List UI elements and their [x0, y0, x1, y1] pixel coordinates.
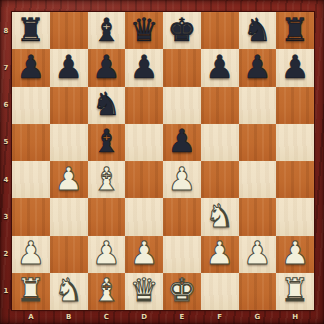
piece-white-knight-icon[interactable]: ♞	[54, 274, 83, 306]
piece-black-knight-icon[interactable]: ♞	[92, 88, 121, 120]
piece-white-pawn-icon[interactable]: ♟	[17, 237, 46, 269]
square-h5[interactable]	[276, 124, 314, 161]
rank-label-8: 8	[0, 12, 12, 49]
piece-white-rook-icon[interactable]: ♜	[281, 274, 310, 306]
square-f3[interactable]: ♞	[201, 198, 239, 235]
square-a1[interactable]: ♜	[12, 273, 50, 310]
file-label-b: B	[50, 310, 88, 324]
square-e8[interactable]: ♚	[163, 12, 201, 49]
square-a4[interactable]	[12, 161, 50, 198]
square-b4[interactable]: ♟	[50, 161, 88, 198]
square-d2[interactable]: ♟	[125, 236, 163, 273]
square-b2[interactable]	[50, 236, 88, 273]
square-e1[interactable]: ♚	[163, 273, 201, 310]
file-label-d: D	[125, 310, 163, 324]
piece-white-rook-icon[interactable]: ♜	[17, 274, 46, 306]
piece-white-pawn-icon[interactable]: ♟	[243, 237, 272, 269]
square-f6[interactable]	[201, 87, 239, 124]
rank-label-2: 2	[0, 236, 12, 273]
rank-label-7: 7	[0, 49, 12, 86]
square-a8[interactable]: ♜	[12, 12, 50, 49]
square-g7[interactable]: ♟	[239, 49, 277, 86]
square-e2[interactable]	[163, 236, 201, 273]
square-c5[interactable]: ♝	[88, 124, 126, 161]
square-c2[interactable]: ♟	[88, 236, 126, 273]
piece-white-king-icon[interactable]: ♚	[168, 274, 197, 306]
square-f7[interactable]: ♟	[201, 49, 239, 86]
piece-black-pawn-icon[interactable]: ♟	[168, 125, 197, 157]
piece-white-pawn-icon[interactable]: ♟	[92, 237, 121, 269]
piece-black-pawn-icon[interactable]: ♟	[130, 51, 159, 83]
piece-white-pawn-icon[interactable]: ♟	[205, 237, 234, 269]
file-label-e: E	[163, 310, 201, 324]
rank-labels: 87654321	[0, 12, 12, 310]
file-label-f: F	[201, 310, 239, 324]
piece-black-knight-icon[interactable]: ♞	[243, 14, 272, 46]
square-a6[interactable]	[12, 87, 50, 124]
rank-label-4: 4	[0, 161, 12, 198]
piece-white-pawn-icon[interactable]: ♟	[130, 237, 159, 269]
piece-black-queen-icon[interactable]: ♛	[130, 14, 159, 46]
square-g1[interactable]	[239, 273, 277, 310]
square-d8[interactable]: ♛	[125, 12, 163, 49]
square-b6[interactable]	[50, 87, 88, 124]
square-c4[interactable]: ♝	[88, 161, 126, 198]
square-c3[interactable]	[88, 198, 126, 235]
rank-label-3: 3	[0, 198, 12, 235]
square-g8[interactable]: ♞	[239, 12, 277, 49]
square-h7[interactable]: ♟	[276, 49, 314, 86]
square-g3[interactable]	[239, 198, 277, 235]
piece-white-pawn-icon[interactable]: ♟	[281, 237, 310, 269]
square-h2[interactable]: ♟	[276, 236, 314, 273]
piece-white-pawn-icon[interactable]: ♟	[168, 163, 197, 195]
piece-black-bishop-icon[interactable]: ♝	[92, 14, 121, 46]
square-e7[interactable]	[163, 49, 201, 86]
square-a3[interactable]	[12, 198, 50, 235]
chess-board: ♜♝♛♚♞♜♟♟♟♟♟♟♟♞♝♟♟♝♟♞♟♟♟♟♟♟♜♞♝♛♚♜	[12, 12, 314, 310]
chess-app: ♜♝♛♚♞♜♟♟♟♟♟♟♟♞♝♟♟♝♟♞♟♟♟♟♟♟♜♞♝♛♚♜ 8765432…	[0, 0, 324, 324]
square-c1[interactable]: ♝	[88, 273, 126, 310]
piece-black-pawn-icon[interactable]: ♟	[205, 51, 234, 83]
square-h6[interactable]	[276, 87, 314, 124]
square-e3[interactable]	[163, 198, 201, 235]
square-d1[interactable]: ♛	[125, 273, 163, 310]
square-c6[interactable]: ♞	[88, 87, 126, 124]
square-c7[interactable]: ♟	[88, 49, 126, 86]
square-f1[interactable]	[201, 273, 239, 310]
rank-label-1: 1	[0, 273, 12, 310]
file-labels: ABCDEFGH	[12, 310, 314, 324]
piece-black-pawn-icon[interactable]: ♟	[243, 51, 272, 83]
piece-black-king-icon[interactable]: ♚	[168, 14, 197, 46]
rank-label-6: 6	[0, 87, 12, 124]
square-d3[interactable]	[125, 198, 163, 235]
square-g5[interactable]	[239, 124, 277, 161]
piece-white-pawn-icon[interactable]: ♟	[54, 163, 83, 195]
square-c8[interactable]: ♝	[88, 12, 126, 49]
square-b1[interactable]: ♞	[50, 273, 88, 310]
piece-white-bishop-icon[interactable]: ♝	[92, 274, 121, 306]
square-f5[interactable]	[201, 124, 239, 161]
square-d6[interactable]	[125, 87, 163, 124]
square-e4[interactable]: ♟	[163, 161, 201, 198]
square-a5[interactable]	[12, 124, 50, 161]
file-label-g: G	[239, 310, 277, 324]
square-b5[interactable]	[50, 124, 88, 161]
square-f8[interactable]	[201, 12, 239, 49]
piece-black-pawn-icon[interactable]: ♟	[281, 51, 310, 83]
square-b3[interactable]	[50, 198, 88, 235]
piece-black-rook-icon[interactable]: ♜	[17, 14, 46, 46]
piece-black-pawn-icon[interactable]: ♟	[54, 51, 83, 83]
piece-white-queen-icon[interactable]: ♛	[130, 274, 159, 306]
square-g4[interactable]	[239, 161, 277, 198]
square-f4[interactable]	[201, 161, 239, 198]
file-label-a: A	[12, 310, 50, 324]
square-g2[interactable]: ♟	[239, 236, 277, 273]
square-a2[interactable]: ♟	[12, 236, 50, 273]
piece-black-rook-icon[interactable]: ♜	[281, 14, 310, 46]
piece-black-pawn-icon[interactable]: ♟	[92, 51, 121, 83]
square-d4[interactable]	[125, 161, 163, 198]
square-b7[interactable]: ♟	[50, 49, 88, 86]
piece-white-bishop-icon[interactable]: ♝	[92, 163, 121, 195]
square-b8[interactable]	[50, 12, 88, 49]
square-h1[interactable]: ♜	[276, 273, 314, 310]
square-a7[interactable]: ♟	[12, 49, 50, 86]
square-h3[interactable]	[276, 198, 314, 235]
square-h4[interactable]	[276, 161, 314, 198]
square-g6[interactable]	[239, 87, 277, 124]
square-d7[interactable]: ♟	[125, 49, 163, 86]
square-e5[interactable]: ♟	[163, 124, 201, 161]
rank-label-5: 5	[0, 124, 12, 161]
square-d5[interactable]	[125, 124, 163, 161]
piece-black-bishop-icon[interactable]: ♝	[92, 125, 121, 157]
file-label-c: C	[88, 310, 126, 324]
square-f2[interactable]: ♟	[201, 236, 239, 273]
file-label-h: H	[276, 310, 314, 324]
square-h8[interactable]: ♜	[276, 12, 314, 49]
piece-white-knight-icon[interactable]: ♞	[205, 200, 234, 232]
square-e6[interactable]	[163, 87, 201, 124]
piece-black-pawn-icon[interactable]: ♟	[17, 51, 46, 83]
